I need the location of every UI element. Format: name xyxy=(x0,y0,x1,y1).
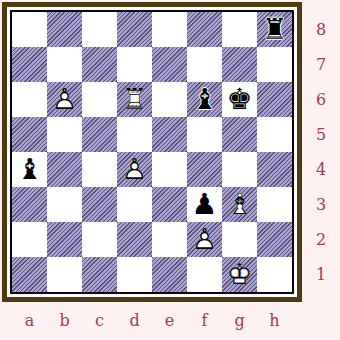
square-f8[interactable] xyxy=(187,12,222,47)
piece-outline: ♙ xyxy=(187,222,222,257)
file-label-f: f xyxy=(187,303,222,337)
file-label-h: h xyxy=(257,303,292,337)
square-h2[interactable] xyxy=(257,222,292,257)
rank-label-5: 5 xyxy=(306,117,336,152)
square-a8[interactable] xyxy=(12,12,47,47)
chess-board: ♜♟♙♜♖♝♚♝♟♙♟♝♗♟♙♚♔ xyxy=(10,10,294,294)
square-e6[interactable] xyxy=(152,82,187,117)
piece-outline: ♗ xyxy=(222,187,257,222)
piece-white-rook[interactable]: ♜♖ xyxy=(117,82,152,117)
piece-outline: ♙ xyxy=(47,82,82,117)
square-b7[interactable] xyxy=(47,47,82,82)
piece-black-bishop[interactable]: ♝ xyxy=(192,82,218,117)
square-g7[interactable] xyxy=(222,47,257,82)
piece-black-rook[interactable]: ♜ xyxy=(262,12,288,47)
file-label-a: a xyxy=(12,303,47,337)
rank-label-2: 2 xyxy=(306,222,336,257)
piece-white-pawn[interactable]: ♟♙ xyxy=(117,152,152,187)
square-e8[interactable] xyxy=(152,12,187,47)
square-b1[interactable] xyxy=(47,257,82,292)
square-b2[interactable] xyxy=(47,222,82,257)
rank-label-6: 6 xyxy=(306,82,336,117)
rank-label-3: 3 xyxy=(306,187,336,222)
square-b5[interactable] xyxy=(47,117,82,152)
piece-outline: ♙ xyxy=(117,152,152,187)
file-label-e: e xyxy=(152,303,187,337)
square-a5[interactable] xyxy=(12,117,47,152)
square-b6[interactable]: ♟♙ xyxy=(47,82,82,117)
square-a7[interactable] xyxy=(12,47,47,82)
square-h6[interactable] xyxy=(257,82,292,117)
square-d4[interactable]: ♟♙ xyxy=(117,152,152,187)
square-g2[interactable] xyxy=(222,222,257,257)
board-frame: ♜♟♙♜♖♝♚♝♟♙♟♝♗♟♙♚♔ xyxy=(2,2,302,302)
square-a1[interactable] xyxy=(12,257,47,292)
square-h8[interactable]: ♜ xyxy=(257,12,292,47)
square-h4[interactable] xyxy=(257,152,292,187)
square-b4[interactable] xyxy=(47,152,82,187)
square-f3[interactable]: ♟ xyxy=(187,187,222,222)
square-c8[interactable] xyxy=(82,12,117,47)
square-c5[interactable] xyxy=(82,117,117,152)
square-a2[interactable] xyxy=(12,222,47,257)
chess-diagram: ♜♟♙♜♖♝♚♝♟♙♟♝♗♟♙♚♔ 87654321 abcdefgh xyxy=(0,0,340,340)
square-h1[interactable] xyxy=(257,257,292,292)
square-g1[interactable]: ♚♔ xyxy=(222,257,257,292)
rank-labels: 87654321 xyxy=(306,12,336,292)
square-c2[interactable] xyxy=(82,222,117,257)
square-g5[interactable] xyxy=(222,117,257,152)
square-f4[interactable] xyxy=(187,152,222,187)
square-f2[interactable]: ♟♙ xyxy=(187,222,222,257)
piece-black-bishop[interactable]: ♝ xyxy=(17,152,43,187)
square-e5[interactable] xyxy=(152,117,187,152)
square-d6[interactable]: ♜♖ xyxy=(117,82,152,117)
square-g4[interactable] xyxy=(222,152,257,187)
file-label-d: d xyxy=(117,303,152,337)
square-f1[interactable] xyxy=(187,257,222,292)
square-b8[interactable] xyxy=(47,12,82,47)
square-d1[interactable] xyxy=(117,257,152,292)
piece-white-pawn[interactable]: ♟♙ xyxy=(187,222,222,257)
file-label-g: g xyxy=(222,303,257,337)
rank-label-1: 1 xyxy=(306,257,336,292)
piece-outline: ♔ xyxy=(222,257,257,292)
square-e3[interactable] xyxy=(152,187,187,222)
square-d2[interactable] xyxy=(117,222,152,257)
square-b3[interactable] xyxy=(47,187,82,222)
square-d8[interactable] xyxy=(117,12,152,47)
rank-label-8: 8 xyxy=(306,12,336,47)
square-c3[interactable] xyxy=(82,187,117,222)
square-g6[interactable]: ♚ xyxy=(222,82,257,117)
file-label-c: c xyxy=(82,303,117,337)
square-d5[interactable] xyxy=(117,117,152,152)
square-g3[interactable]: ♝♗ xyxy=(222,187,257,222)
rank-label-7: 7 xyxy=(306,47,336,82)
square-a4[interactable]: ♝ xyxy=(12,152,47,187)
file-labels: abcdefgh xyxy=(12,303,292,337)
piece-black-king[interactable]: ♚ xyxy=(227,82,253,117)
square-e4[interactable] xyxy=(152,152,187,187)
square-c4[interactable] xyxy=(82,152,117,187)
square-h3[interactable] xyxy=(257,187,292,222)
piece-black-pawn[interactable]: ♟ xyxy=(192,187,218,222)
rank-label-4: 4 xyxy=(306,152,336,187)
square-f6[interactable]: ♝ xyxy=(187,82,222,117)
square-h5[interactable] xyxy=(257,117,292,152)
piece-white-bishop[interactable]: ♝♗ xyxy=(222,187,257,222)
piece-white-pawn[interactable]: ♟♙ xyxy=(47,82,82,117)
square-d7[interactable] xyxy=(117,47,152,82)
square-c6[interactable] xyxy=(82,82,117,117)
square-e2[interactable] xyxy=(152,222,187,257)
square-f7[interactable] xyxy=(187,47,222,82)
square-g8[interactable] xyxy=(222,12,257,47)
piece-outline: ♖ xyxy=(117,82,152,117)
square-a3[interactable] xyxy=(12,187,47,222)
piece-white-king[interactable]: ♚♔ xyxy=(222,257,257,292)
square-d3[interactable] xyxy=(117,187,152,222)
square-c7[interactable] xyxy=(82,47,117,82)
square-a6[interactable] xyxy=(12,82,47,117)
square-h7[interactable] xyxy=(257,47,292,82)
square-e7[interactable] xyxy=(152,47,187,82)
square-c1[interactable] xyxy=(82,257,117,292)
square-e1[interactable] xyxy=(152,257,187,292)
square-f5[interactable] xyxy=(187,117,222,152)
file-label-b: b xyxy=(47,303,82,337)
